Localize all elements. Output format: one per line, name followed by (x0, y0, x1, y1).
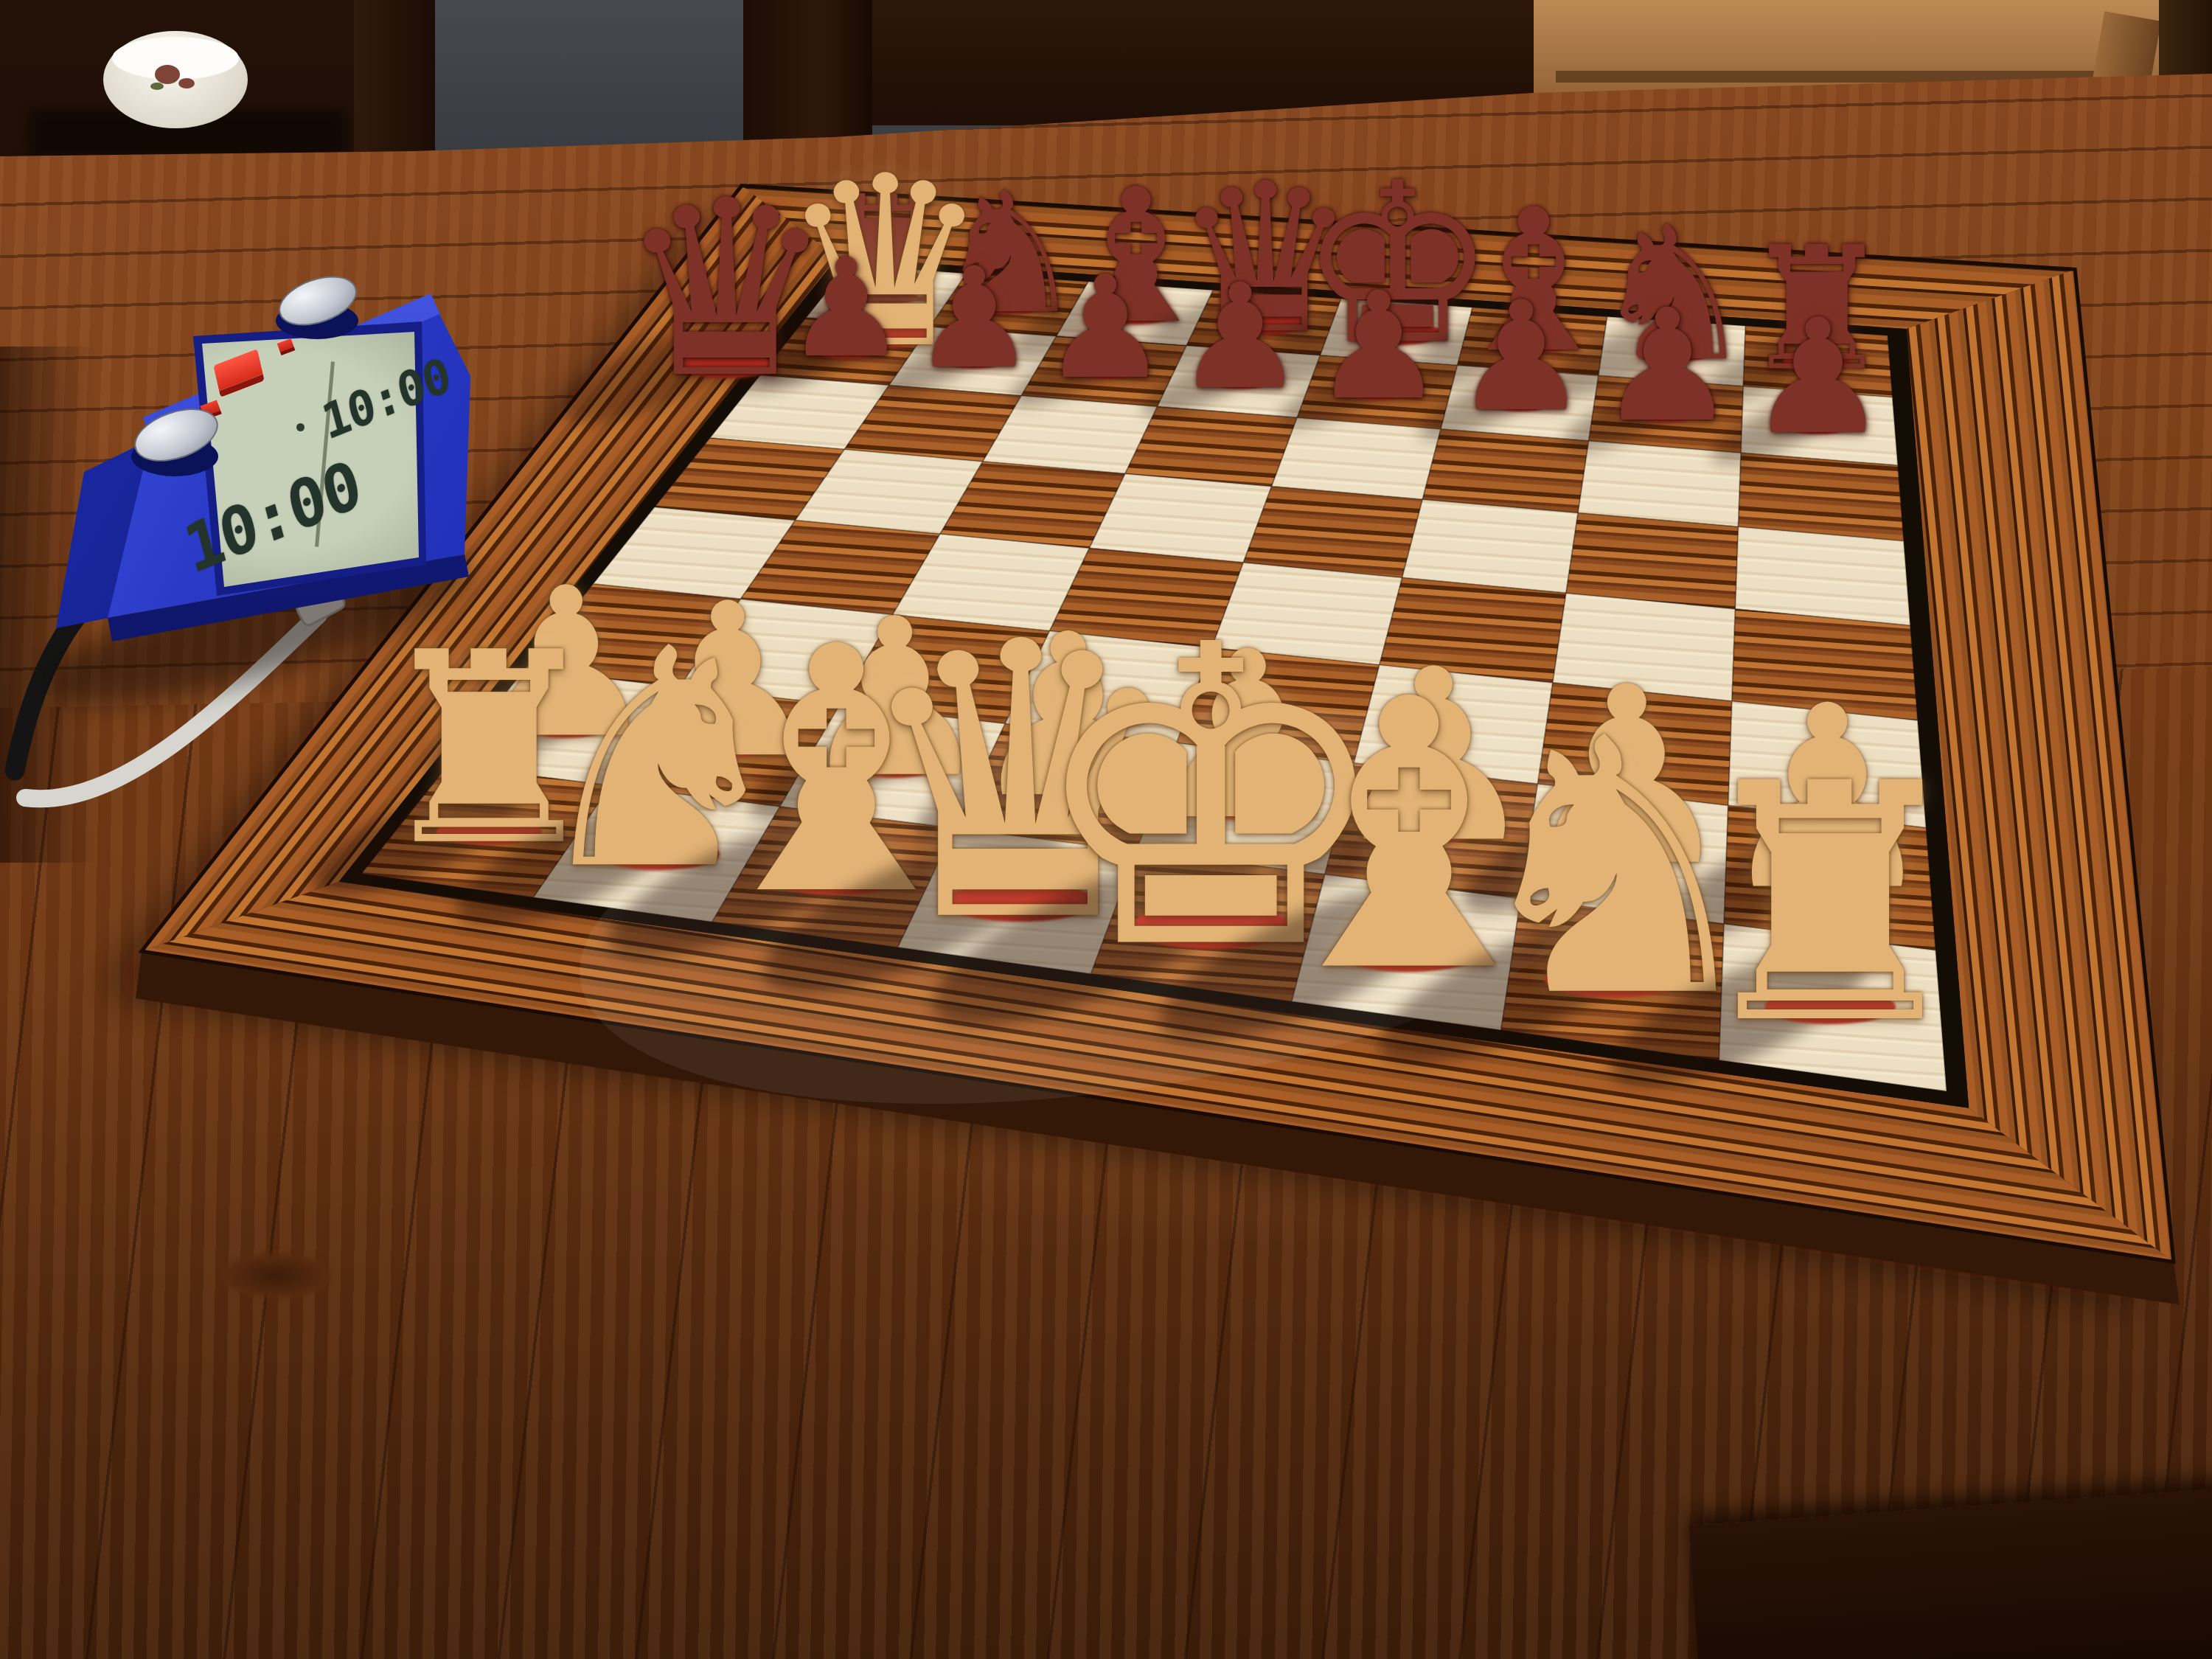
scene: 10:00 10:00 ♜♞♝♛♚♛♝♞♟♟♜♛♟♟♟♟♟♟♟♟♟♟♟♟♜♟♞♝… (0, 0, 2212, 1659)
red-pawn-g7[interactable]: ♟ (1598, 289, 1736, 444)
spare-red-queen[interactable]: ♛ (617, 168, 835, 411)
white-rook-h1[interactable]: ♜ (1683, 742, 1977, 1069)
red-pawn-c7[interactable]: ♟ (1042, 257, 1169, 398)
red-pawn-b7[interactable]: ♟ (912, 249, 1037, 388)
square-f5[interactable] (1402, 499, 1579, 593)
move-indicator-dot (296, 423, 305, 431)
square-h5[interactable] (1736, 526, 1910, 625)
red-pawn-h7[interactable]: ♟ (1747, 298, 1889, 456)
square-g5[interactable] (1566, 513, 1739, 609)
red-pawn-f7[interactable]: ♟ (1453, 281, 1589, 433)
red-pawn-e7[interactable]: ♟ (1312, 273, 1445, 421)
red-pawn-d7[interactable]: ♟ (1175, 265, 1305, 410)
